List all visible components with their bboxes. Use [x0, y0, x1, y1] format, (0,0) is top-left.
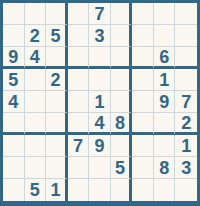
sudoku-cell-given[interactable]: 4 — [89, 113, 111, 135]
sudoku-cell-given[interactable]: 7 — [175, 91, 197, 113]
sudoku-cell-given[interactable]: 2 — [46, 69, 68, 91]
sudoku-cell-given[interactable]: 7 — [68, 135, 90, 157]
sudoku-cell-empty[interactable] — [89, 157, 111, 179]
sudoku-cell-empty[interactable] — [68, 69, 90, 91]
sudoku-cell-empty[interactable] — [132, 3, 154, 25]
sudoku-cell-empty[interactable] — [132, 135, 154, 157]
sudoku-cell-empty[interactable] — [111, 91, 133, 113]
sudoku-cell-given[interactable]: 8 — [154, 157, 176, 179]
sudoku-cell-empty[interactable] — [111, 179, 133, 201]
sudoku-cell-empty[interactable] — [3, 113, 25, 135]
sudoku-cell-empty[interactable] — [68, 3, 90, 25]
sudoku-cell-empty[interactable] — [111, 135, 133, 157]
sudoku-cell-empty[interactable] — [175, 3, 197, 25]
sudoku-board: 7253946521419748279158351 — [0, 0, 200, 206]
sudoku-cell-empty[interactable] — [132, 69, 154, 91]
sudoku-cell-empty[interactable] — [111, 3, 133, 25]
sudoku-cell-given[interactable]: 2 — [175, 113, 197, 135]
sudoku-cell-empty[interactable] — [111, 69, 133, 91]
sudoku-cell-empty[interactable] — [25, 3, 47, 25]
sudoku-cell-given[interactable]: 1 — [175, 135, 197, 157]
sudoku-cell-empty[interactable] — [132, 91, 154, 113]
sudoku-cell-empty[interactable] — [25, 113, 47, 135]
sudoku-cell-given[interactable]: 9 — [154, 91, 176, 113]
sudoku-cell-given[interactable]: 7 — [89, 3, 111, 25]
sudoku-cell-empty[interactable] — [25, 91, 47, 113]
sudoku-cell-empty[interactable] — [46, 113, 68, 135]
sudoku-cell-empty[interactable] — [154, 179, 176, 201]
sudoku-cell-empty[interactable] — [3, 179, 25, 201]
sudoku-cell-given[interactable]: 1 — [46, 179, 68, 201]
sudoku-cell-empty[interactable] — [132, 179, 154, 201]
sudoku-cell-empty[interactable] — [46, 47, 68, 69]
sudoku-cell-given[interactable]: 1 — [89, 91, 111, 113]
sudoku-cell-empty[interactable] — [89, 179, 111, 201]
sudoku-cell-given[interactable]: 1 — [154, 69, 176, 91]
sudoku-cell-empty[interactable] — [46, 91, 68, 113]
sudoku-cell-empty[interactable] — [25, 69, 47, 91]
sudoku-cell-given[interactable]: 4 — [3, 91, 25, 113]
sudoku-cell-empty[interactable] — [132, 25, 154, 47]
sudoku-cell-given[interactable]: 5 — [25, 179, 47, 201]
sudoku-cell-given[interactable]: 5 — [3, 69, 25, 91]
sudoku-cell-empty[interactable] — [68, 47, 90, 69]
sudoku-cell-empty[interactable] — [46, 135, 68, 157]
sudoku-cell-given[interactable]: 6 — [154, 47, 176, 69]
sudoku-cell-empty[interactable] — [68, 113, 90, 135]
sudoku-cell-empty[interactable] — [175, 179, 197, 201]
sudoku-cell-empty[interactable] — [175, 69, 197, 91]
sudoku-cell-empty[interactable] — [132, 157, 154, 179]
sudoku-cell-empty[interactable] — [68, 157, 90, 179]
sudoku-cell-empty[interactable] — [154, 3, 176, 25]
sudoku-cell-empty[interactable] — [46, 157, 68, 179]
sudoku-cell-given[interactable]: 8 — [111, 113, 133, 135]
sudoku-cell-given[interactable]: 4 — [25, 47, 47, 69]
sudoku-cell-empty[interactable] — [3, 135, 25, 157]
sudoku-cell-empty[interactable] — [132, 47, 154, 69]
sudoku-cell-empty[interactable] — [68, 179, 90, 201]
sudoku-cell-empty[interactable] — [25, 135, 47, 157]
sudoku-cell-empty[interactable] — [175, 25, 197, 47]
sudoku-cell-empty[interactable] — [154, 135, 176, 157]
sudoku-cell-empty[interactable] — [175, 47, 197, 69]
sudoku-cell-empty[interactable] — [46, 3, 68, 25]
sudoku-cell-empty[interactable] — [89, 47, 111, 69]
sudoku-cell-given[interactable]: 3 — [89, 25, 111, 47]
sudoku-cell-given[interactable]: 5 — [46, 25, 68, 47]
sudoku-cell-empty[interactable] — [132, 113, 154, 135]
sudoku-cell-empty[interactable] — [154, 113, 176, 135]
sudoku-cell-empty[interactable] — [68, 91, 90, 113]
sudoku-cell-empty[interactable] — [68, 25, 90, 47]
sudoku-cell-given[interactable]: 9 — [3, 47, 25, 69]
sudoku-cell-given[interactable]: 9 — [89, 135, 111, 157]
sudoku-cell-empty[interactable] — [3, 25, 25, 47]
sudoku-cell-empty[interactable] — [111, 25, 133, 47]
sudoku-cell-empty[interactable] — [3, 3, 25, 25]
sudoku-cell-empty[interactable] — [25, 157, 47, 179]
sudoku-cell-empty[interactable] — [111, 47, 133, 69]
sudoku-cell-empty[interactable] — [3, 157, 25, 179]
sudoku-cell-empty[interactable] — [89, 69, 111, 91]
sudoku-cell-given[interactable]: 5 — [111, 157, 133, 179]
sudoku-cell-empty[interactable] — [154, 25, 176, 47]
sudoku-cell-given[interactable]: 3 — [175, 157, 197, 179]
sudoku-cell-given[interactable]: 2 — [25, 25, 47, 47]
